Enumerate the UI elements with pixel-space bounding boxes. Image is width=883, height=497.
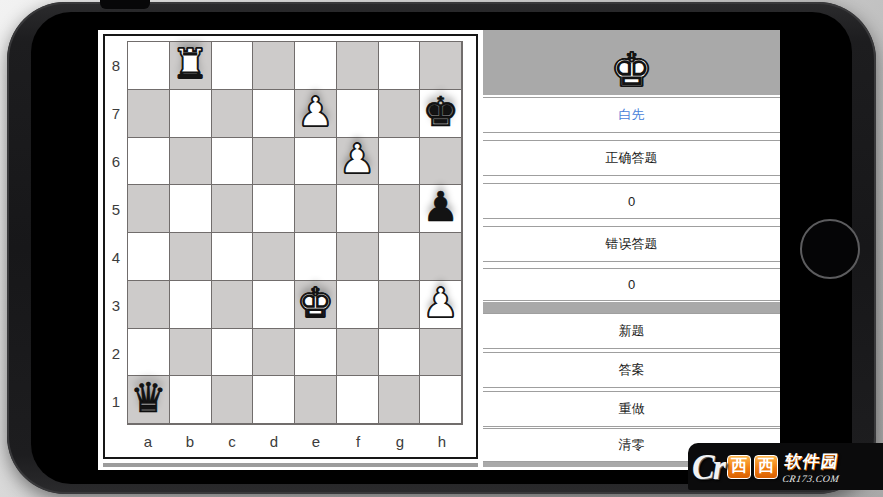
square-a6[interactable] [128, 138, 170, 186]
rank-label-7: 7 [105, 89, 127, 137]
square-f1[interactable] [337, 376, 379, 424]
control-panel: ♚ 白先正确答题0错误答题0新题答案重做清零 [483, 30, 780, 470]
square-d8[interactable] [253, 42, 295, 90]
square-h1[interactable] [420, 376, 462, 424]
square-g3[interactable] [379, 281, 421, 329]
rank-label-4: 4 [105, 233, 127, 281]
square-g2[interactable] [379, 329, 421, 377]
piece-black-king: ♚ [422, 92, 459, 133]
square-e6[interactable] [295, 138, 337, 186]
square-d5[interactable] [253, 185, 295, 233]
home-button[interactable] [800, 219, 860, 279]
square-f3[interactable] [337, 281, 379, 329]
square-c7[interactable] [212, 90, 254, 138]
square-f7[interactable] [337, 90, 379, 138]
file-labels: abcdefgh [127, 428, 463, 454]
square-b8[interactable]: ♜ [170, 42, 212, 90]
square-d1[interactable] [253, 376, 295, 424]
watermark-name: 软件园 [783, 450, 840, 473]
square-g8[interactable] [379, 42, 421, 90]
correct-answers-count: 0 [483, 183, 780, 219]
file-label-h: h [421, 428, 463, 454]
file-label-a: a [127, 428, 169, 454]
square-a3[interactable] [128, 281, 170, 329]
square-f8[interactable] [337, 42, 379, 90]
square-h4[interactable] [420, 233, 462, 281]
piece-white-pawn: ♟ [339, 139, 376, 180]
answer-button[interactable]: 答案 [483, 352, 780, 388]
square-c3[interactable] [212, 281, 254, 329]
xixi-watermark-logo: Cr 西 西 软件园 CR173.COM [688, 443, 883, 490]
turn-indicator[interactable]: 白先 [483, 97, 780, 133]
side-to-move-header: ♚ [483, 30, 780, 95]
new-puzzle-button[interactable]: 新题 [483, 313, 780, 349]
piece-black-pawn: ♟ [422, 187, 459, 228]
watermark-cr-logo: Cr [692, 447, 724, 487]
correct-answers-label: 正确答题 [483, 140, 780, 176]
watermark-tile-1: 西 [727, 455, 751, 479]
square-a2[interactable] [128, 329, 170, 377]
square-b3[interactable] [170, 281, 212, 329]
wrong-answers-label: 错误答题 [483, 226, 780, 262]
rank-labels: 87654321 [105, 41, 127, 425]
piece-white-rook: ♜ [172, 44, 209, 85]
board-panel: 87654321 ♜♟♚♟♟♚♟♛ abcdefgh [103, 34, 478, 459]
square-f6[interactable]: ♟ [337, 138, 379, 186]
rank-label-6: 6 [105, 137, 127, 185]
square-d7[interactable] [253, 90, 295, 138]
rank-label-1: 1 [105, 377, 127, 425]
square-e8[interactable] [295, 42, 337, 90]
square-g4[interactable] [379, 233, 421, 281]
square-a4[interactable] [128, 233, 170, 281]
white-king-icon: ♚ [610, 46, 652, 93]
square-c6[interactable] [212, 138, 254, 186]
chess-puzzle-app: 87654321 ♜♟♚♟♟♚♟♛ abcdefgh ♚ 白先正确答题0错误答题… [98, 30, 780, 470]
redo-button[interactable]: 重做 [483, 391, 780, 427]
section-separator [483, 302, 780, 313]
square-h5[interactable]: ♟ [420, 185, 462, 233]
square-e2[interactable] [295, 329, 337, 377]
rank-label-8: 8 [105, 41, 127, 89]
file-label-d: d [253, 428, 295, 454]
wrong-answers-count: 0 [483, 268, 780, 301]
square-h2[interactable] [420, 329, 462, 377]
square-c2[interactable] [212, 329, 254, 377]
square-b1[interactable] [170, 376, 212, 424]
square-e5[interactable] [295, 185, 337, 233]
square-e1[interactable] [295, 376, 337, 424]
square-e7[interactable]: ♟ [295, 90, 337, 138]
square-d3[interactable] [253, 281, 295, 329]
piece-black-queen: ♛ [130, 378, 167, 419]
square-b5[interactable] [170, 185, 212, 233]
file-label-f: f [337, 428, 379, 454]
square-e3[interactable]: ♚ [295, 281, 337, 329]
piece-white-king: ♚ [297, 283, 334, 324]
square-a8[interactable] [128, 42, 170, 90]
square-c8[interactable] [212, 42, 254, 90]
rank-label-5: 5 [105, 185, 127, 233]
square-d4[interactable] [253, 233, 295, 281]
square-g7[interactable] [379, 90, 421, 138]
power-button [100, 0, 150, 9]
watermark-tile-2: 西 [754, 455, 778, 479]
square-h6[interactable] [420, 138, 462, 186]
square-b4[interactable] [170, 233, 212, 281]
chess-board: ♜♟♚♟♟♚♟♛ [127, 41, 463, 425]
square-h8[interactable] [420, 42, 462, 90]
piece-white-pawn: ♟ [297, 92, 334, 133]
square-e4[interactable] [295, 233, 337, 281]
square-c5[interactable] [212, 185, 254, 233]
square-f2[interactable] [337, 329, 379, 377]
square-g1[interactable] [379, 376, 421, 424]
square-g5[interactable] [379, 185, 421, 233]
square-c4[interactable] [212, 233, 254, 281]
piece-white-pawn: ♟ [422, 283, 459, 324]
square-d2[interactable] [253, 329, 295, 377]
square-f5[interactable] [337, 185, 379, 233]
board-panel-footer-strip [103, 463, 478, 467]
square-a5[interactable] [128, 185, 170, 233]
square-b6[interactable] [170, 138, 212, 186]
file-label-g: g [379, 428, 421, 454]
watermark-site: CR173.COM [782, 473, 841, 484]
rank-label-2: 2 [105, 329, 127, 377]
square-b2[interactable] [170, 329, 212, 377]
rank-label-3: 3 [105, 281, 127, 329]
square-g6[interactable] [379, 138, 421, 186]
file-label-e: e [295, 428, 337, 454]
file-label-b: b [169, 428, 211, 454]
square-d6[interactable] [253, 138, 295, 186]
square-h3[interactable]: ♟ [420, 281, 462, 329]
square-a1[interactable]: ♛ [128, 376, 170, 424]
square-f4[interactable] [337, 233, 379, 281]
square-h7[interactable]: ♚ [420, 90, 462, 138]
file-label-c: c [211, 428, 253, 454]
square-b7[interactable] [170, 90, 212, 138]
square-c1[interactable] [212, 376, 254, 424]
square-a7[interactable] [128, 90, 170, 138]
